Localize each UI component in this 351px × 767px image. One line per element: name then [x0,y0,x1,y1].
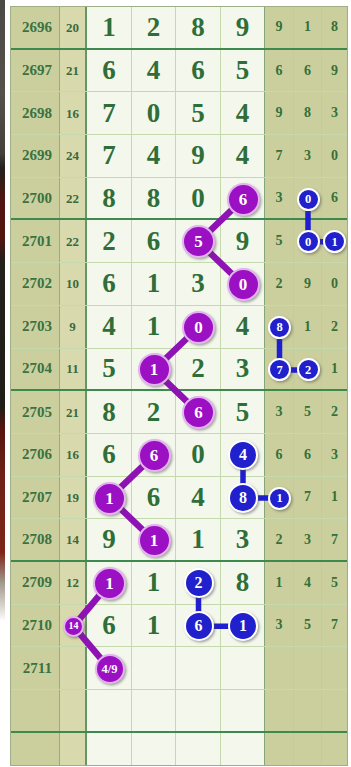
cell-r2: 8 [294,92,322,134]
cell-r3: 6 [322,178,347,219]
cell-m1: 4 [87,306,132,348]
cell-m2: 8 [132,178,176,219]
cell-m4 [221,690,265,731]
cell-count: 22 [60,178,87,219]
cell-r3 [322,733,347,766]
cell-r2: 3 [294,135,322,177]
board-row: 271061357 [11,605,347,648]
board-row: 2698167054983 [11,92,347,135]
cell-r3: 7 [322,605,347,647]
trend-chart-board: 2696201289918269721646566926981670549832… [10,6,348,766]
cell-m1: 7 [87,135,132,177]
cell-r3: 0 [322,263,347,305]
cell-r2 [294,178,322,219]
cell-r1: 9 [265,7,294,48]
cell-count: 14 [60,519,87,560]
cell-m2: 1 [132,605,176,647]
board-row: 27091218145 [11,562,347,605]
cell-r3: 1 [322,349,347,390]
board-row [11,733,347,766]
cell-r1: 1 [265,562,294,604]
cell-m3 [176,690,221,731]
cell-m1: 6 [87,434,132,476]
cell-r2: 6 [294,50,322,92]
cell-issue: 2711 [11,647,60,689]
cell-r3: 3 [322,434,347,476]
cell-m1 [87,477,132,519]
cell-count: 20 [60,7,87,48]
board-row: 2707196471 [11,477,347,520]
cell-count [60,733,87,766]
cell-m1: 6 [87,263,132,305]
board-row: 27061660663 [11,434,347,477]
cell-m4: 3 [221,349,265,390]
board-row: 2703941412 [11,306,347,349]
cell-r3 [322,690,347,731]
cell-m1: 2 [87,220,132,262]
cell-issue: 2705 [11,391,60,433]
cell-issue: 2708 [11,519,60,560]
cell-m4 [221,263,265,305]
cell-r2: 1 [294,306,322,348]
cell-count: 12 [60,562,87,604]
cell-m1: 9 [87,519,132,560]
cell-m1: 7 [87,92,132,134]
cell-r3: 5 [322,562,347,604]
cell-m4: 9 [221,220,265,262]
cell-m3: 0 [176,178,221,219]
cell-r3: 9 [322,50,347,92]
cell-r1 [265,477,294,519]
cell-r2: 5 [294,605,322,647]
cell-count: 22 [60,220,87,262]
board-row: 2704115231 [11,349,347,392]
cell-m2: 1 [132,306,176,348]
board-row: 270521825352 [11,391,347,434]
cell-m1 [87,647,132,689]
cell-count [60,647,87,689]
cell-m4: 5 [221,50,265,92]
cell-m4: 8 [221,562,265,604]
cell-count: 16 [60,92,87,134]
cell-r3: 8 [322,7,347,48]
cell-m3 [176,306,221,348]
cell-issue [11,733,60,766]
cell-count: 9 [60,306,87,348]
cell-r1 [265,349,294,390]
cell-r1: 6 [265,50,294,92]
cell-issue: 2701 [11,220,60,262]
cell-r1: 6 [265,434,294,476]
cell-m2: 6 [132,220,176,262]
cell-m3: 9 [176,135,221,177]
cell-r2 [294,690,322,731]
cell-issue: 2698 [11,92,60,134]
cell-m1: 6 [87,50,132,92]
board-row: 270814913237 [11,519,347,562]
cell-r1: 9 [265,92,294,134]
cell-r3: 0 [322,135,347,177]
board-row: 2697216465669 [11,50,347,93]
board-row: 270210613290 [11,263,347,306]
cell-count: 16 [60,434,87,476]
board-rows: 2696201289918269721646566926981670549832… [11,7,347,766]
cell-m1 [87,690,132,731]
cell-r1: 3 [265,605,294,647]
cell-m2 [132,647,176,689]
cell-m4: 4 [221,135,265,177]
cell-m1: 8 [87,391,132,433]
cell-m3: 0 [176,434,221,476]
cell-m2 [132,519,176,560]
cell-count [60,605,87,647]
cell-count: 21 [60,391,87,433]
cell-m1: 6 [87,605,132,647]
board-row: 2699247494730 [11,135,347,178]
board-row: 27002288036 [11,178,347,221]
cell-r1: 7 [265,135,294,177]
cell-m4 [221,647,265,689]
board-row: 2701222695 [11,220,347,263]
cell-r3: 1 [322,477,347,519]
cell-m1: 8 [87,178,132,219]
cell-r2: 1 [294,7,322,48]
cell-r2: 3 [294,519,322,560]
cell-m3 [176,220,221,262]
cell-count: 10 [60,263,87,305]
cell-m2 [132,690,176,731]
cell-r2: 7 [294,477,322,519]
cell-m4 [221,434,265,476]
cell-m1: 5 [87,349,132,390]
lottery-trend-chart: 2696201289918269721646566926981670549832… [0,0,351,767]
cell-m1: 1 [87,7,132,48]
cell-m3 [176,605,221,647]
cell-count: 21 [60,50,87,92]
cell-issue: 2700 [11,178,60,219]
cell-m3: 1 [176,519,221,560]
cell-r3 [322,647,347,689]
cell-m2 [132,733,176,766]
cell-m2: 4 [132,135,176,177]
cell-count: 24 [60,135,87,177]
cell-m2 [132,434,176,476]
board-row: 2711 [11,647,347,690]
cell-m3: 8 [176,7,221,48]
cell-issue [11,690,60,731]
cell-issue: 2706 [11,434,60,476]
cell-m4: 5 [221,391,265,433]
cell-m3: 4 [176,477,221,519]
cell-m3 [176,562,221,604]
cell-m4: 4 [221,92,265,134]
board-row [11,690,347,733]
cell-issue: 2699 [11,135,60,177]
cell-m3 [176,391,221,433]
cell-m4: 3 [221,519,265,560]
board-row: 2696201289918 [11,7,347,50]
cell-m4: 4 [221,306,265,348]
cell-m4: 9 [221,7,265,48]
cell-issue: 2704 [11,349,60,390]
cell-r3: 2 [322,391,347,433]
cell-m2: 1 [132,263,176,305]
cell-r2: 9 [294,263,322,305]
cell-m1 [87,733,132,766]
cell-r2 [294,349,322,390]
cell-r1 [265,306,294,348]
cell-m4 [221,605,265,647]
cell-r1: 3 [265,178,294,219]
cell-m3 [176,733,221,766]
cell-issue: 2702 [11,263,60,305]
cell-r1 [265,733,294,766]
cell-r1: 5 [265,220,294,262]
cell-r3: 3 [322,92,347,134]
cell-r3: 7 [322,519,347,560]
cell-m3 [176,647,221,689]
cell-issue: 2707 [11,477,60,519]
left-edge-decoration [0,0,5,767]
cell-issue: 2697 [11,50,60,92]
cell-r2: 4 [294,562,322,604]
cell-m3: 2 [176,349,221,390]
cell-r1: 2 [265,263,294,305]
cell-r2: 6 [294,434,322,476]
cell-r1: 3 [265,391,294,433]
cell-r1 [265,647,294,689]
cell-r2 [294,220,322,262]
cell-m2: 0 [132,92,176,134]
cell-r1 [265,690,294,731]
cell-r3 [322,220,347,262]
cell-m2: 1 [132,562,176,604]
cell-r2 [294,647,322,689]
cell-m4 [221,733,265,766]
cell-r2: 5 [294,391,322,433]
cell-m3: 3 [176,263,221,305]
cell-m4 [221,178,265,219]
cell-count: 11 [60,349,87,390]
cell-r2 [294,733,322,766]
cell-m3: 5 [176,92,221,134]
cell-m2: 4 [132,50,176,92]
cell-count: 19 [60,477,87,519]
cell-m2: 2 [132,7,176,48]
cell-m2: 6 [132,477,176,519]
cell-issue: 2696 [11,7,60,48]
cell-issue: 2710 [11,605,60,647]
cell-count [60,690,87,731]
cell-m2: 2 [132,391,176,433]
cell-issue: 2709 [11,562,60,604]
cell-r1: 2 [265,519,294,560]
cell-m2 [132,349,176,390]
cell-m4 [221,477,265,519]
cell-m3: 6 [176,50,221,92]
cell-m1 [87,562,132,604]
cell-r3: 2 [322,306,347,348]
cell-issue: 2703 [11,306,60,348]
